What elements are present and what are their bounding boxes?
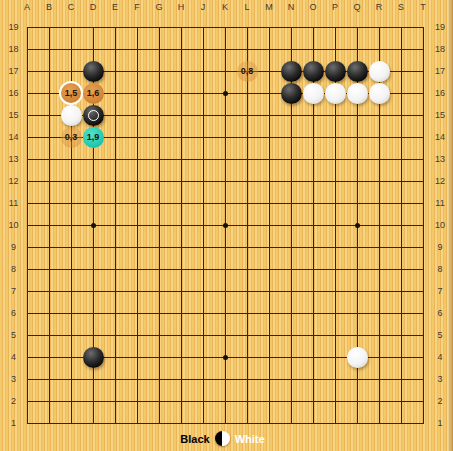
toggle-black-label: Black — [180, 433, 209, 445]
white-stone-O16 — [303, 83, 324, 104]
column-label: F — [126, 2, 148, 12]
row-label: 18 — [435, 44, 445, 54]
black-stone-D4 — [83, 347, 104, 368]
row-label: 1 — [437, 418, 442, 428]
column-label: G — [148, 2, 170, 12]
black-stone-Q17 — [347, 61, 368, 82]
black-stone-N16 — [281, 83, 302, 104]
hint-value: 1,5 — [65, 89, 78, 98]
black-stone-P17 — [325, 61, 346, 82]
white-stone-Q16 — [347, 83, 368, 104]
row-label: 12 — [435, 176, 445, 186]
column-label: T — [412, 2, 434, 12]
row-label: 7 — [437, 286, 442, 296]
column-label: J — [192, 2, 214, 12]
black-white-stone-icon[interactable] — [215, 431, 230, 446]
star-point — [223, 223, 228, 228]
star-point — [223, 91, 228, 96]
row-label: 14 — [435, 132, 445, 142]
star-point — [223, 355, 228, 360]
column-label: H — [170, 2, 192, 12]
column-label: N — [280, 2, 302, 12]
row-label: 9 — [437, 242, 442, 252]
column-label: E — [104, 2, 126, 12]
analysis-hint-C16[interactable]: 1,5 — [59, 81, 83, 105]
hint-value: 0,3 — [65, 133, 78, 142]
hint-value: 0,8 — [241, 67, 254, 76]
star-point — [91, 223, 96, 228]
column-label: D — [82, 2, 104, 12]
row-label: 8 — [437, 264, 442, 274]
column-label: Q — [346, 2, 368, 12]
row-label: 13 — [435, 154, 445, 164]
black-stone-D15 — [83, 105, 104, 126]
row-label: 4 — [437, 352, 442, 362]
hint-value: 1,9 — [87, 133, 100, 142]
row-label: 11 — [435, 198, 444, 208]
go-board[interactable]: 1,51,60,30,81,9 — [16, 16, 434, 434]
column-label: B — [38, 2, 60, 12]
white-stone-C15 — [61, 105, 82, 126]
star-point — [355, 223, 360, 228]
row-label: 15 — [435, 110, 445, 120]
analysis-hint-D14[interactable]: 1,9 — [83, 127, 104, 148]
color-toggle[interactable]: Black White — [0, 430, 449, 447]
row-label: 5 — [437, 330, 442, 340]
go-analysis-screen: ABCDEFGHJKLMNOPQRST 19181716151413121110… — [0, 0, 453, 451]
white-stone-P16 — [325, 83, 346, 104]
column-label: L — [236, 2, 258, 12]
last-move-marker — [88, 110, 99, 121]
analysis-hint-D16[interactable]: 1,6 — [83, 83, 104, 104]
black-stone-D17 — [83, 61, 104, 82]
black-stone-N17 — [281, 61, 302, 82]
top-coordinates: ABCDEFGHJKLMNOPQRST — [16, 2, 434, 12]
analysis-hint-C14[interactable]: 0,3 — [61, 127, 82, 148]
white-stone-Q4 — [347, 347, 368, 368]
row-label: 2 — [437, 396, 442, 406]
column-label: M — [258, 2, 280, 12]
black-stone-O17 — [303, 61, 324, 82]
column-label: R — [368, 2, 390, 12]
toggle-white-label: White — [235, 433, 265, 445]
column-label: S — [390, 2, 412, 12]
column-label: C — [60, 2, 82, 12]
row-label: 10 — [435, 220, 445, 230]
row-label: 19 — [435, 22, 445, 32]
column-label: O — [302, 2, 324, 12]
row-label: 17 — [435, 66, 445, 76]
column-label: K — [214, 2, 236, 12]
row-label: 3 — [437, 374, 442, 384]
white-stone-R17 — [369, 61, 390, 82]
row-label: 16 — [435, 88, 445, 98]
column-label: P — [324, 2, 346, 12]
analysis-hint-L17[interactable]: 0,8 — [237, 61, 258, 82]
white-stone-R16 — [369, 83, 390, 104]
hint-value: 1,6 — [87, 89, 100, 98]
row-label: 6 — [437, 308, 442, 318]
column-label: A — [16, 2, 38, 12]
